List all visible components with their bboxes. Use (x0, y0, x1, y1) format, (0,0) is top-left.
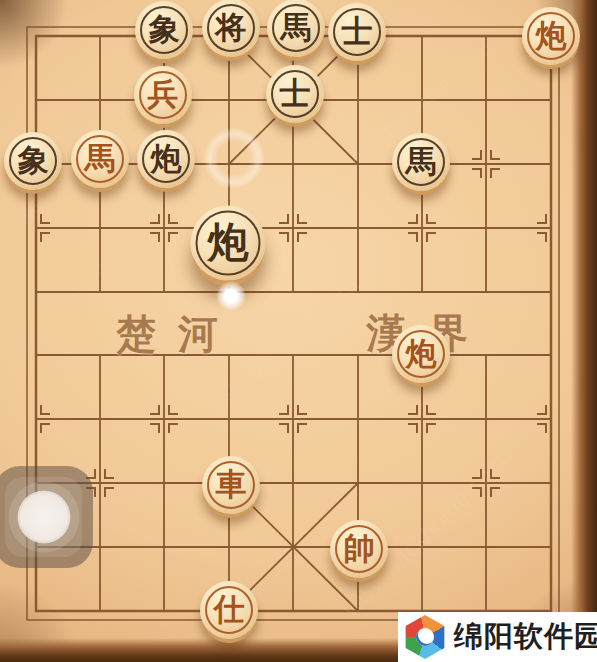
piece-glyph: 炮 (406, 338, 437, 369)
piece-black-general[interactable]: 将 (202, 0, 260, 57)
piece-red-general[interactable]: 帥 (330, 520, 388, 578)
piece-glyph: 馬 (281, 12, 312, 43)
piece-red-horse[interactable]: 馬 (71, 130, 129, 188)
piece-glyph: 象 (18, 145, 49, 176)
piece-glyph: 兵 (148, 79, 179, 110)
piece-red-advisor[interactable]: 仕 (200, 581, 258, 639)
site-pinwheel-logo-icon (403, 615, 447, 659)
assistive-touch-button[interactable] (0, 466, 93, 568)
piece-black-cannon[interactable]: 炮 (137, 130, 195, 188)
site-watermark-badge: 绵阳软件园 (398, 612, 597, 662)
piece-glyph: 仕 (214, 594, 245, 625)
piece-red-chariot[interactable]: 車 (202, 456, 260, 514)
piece-red-pawn[interactable]: 兵 (134, 66, 192, 124)
xiangqi-game-screen: 楚河 漢界 象将馬士炮兵士象馬炮馬炮炮車帥仕 www.hackhome.comw… (0, 0, 597, 662)
piece-glyph: 馬 (85, 143, 116, 174)
site-watermark-text: 绵阳软件园 (454, 617, 597, 657)
piece-black-advisor[interactable]: 士 (328, 3, 386, 61)
piece-glyph: 帥 (344, 533, 375, 564)
piece-glyph: 炮 (151, 143, 182, 174)
piece-glyph: 馬 (406, 146, 437, 177)
river-label-left: 楚河 (116, 307, 240, 362)
assistive-touch-dot-icon (17, 491, 70, 544)
piece-glyph: 炮 (536, 20, 567, 51)
piece-glyph: 車 (216, 469, 247, 500)
piece-black-elephant[interactable]: 象 (4, 132, 62, 190)
piece-black-horse[interactable]: 馬 (267, 0, 325, 57)
piece-glyph: 士 (280, 78, 311, 109)
piece-glyph: 象 (149, 14, 180, 45)
piece-red-cannon[interactable]: 炮 (522, 7, 580, 65)
piece-black-cannon[interactable]: 炮 (191, 206, 266, 281)
piece-red-cannon[interactable]: 炮 (392, 325, 450, 383)
move-origin-halo (204, 128, 264, 188)
piece-black-elephant[interactable]: 象 (135, 1, 193, 59)
piece-black-horse[interactable]: 馬 (392, 133, 450, 191)
piece-glyph: 士 (342, 16, 373, 47)
piece-glyph: 将 (216, 12, 247, 43)
piece-glyph: 炮 (208, 222, 249, 263)
piece-black-advisor[interactable]: 士 (266, 65, 324, 123)
move-target-glow-dot (216, 281, 246, 311)
